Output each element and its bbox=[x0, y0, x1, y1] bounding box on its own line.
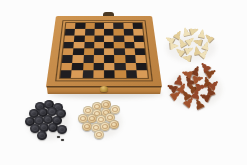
square bbox=[73, 48, 84, 55]
square bbox=[114, 55, 125, 62]
square bbox=[104, 48, 114, 55]
board-grid bbox=[59, 22, 149, 78]
square bbox=[124, 48, 135, 55]
square bbox=[114, 42, 124, 49]
square bbox=[135, 55, 146, 62]
square bbox=[74, 42, 84, 49]
square bbox=[63, 42, 74, 49]
square bbox=[125, 55, 136, 62]
square bbox=[82, 70, 93, 78]
square bbox=[72, 55, 83, 62]
product-photo: ♟♟♟♟♟♟♟♟♟♟♟♟♟♟♟♟ ♟♟♟♟♟♟♟♟♟♟♟♟♟♟♟♟♟♟♟♟ bbox=[0, 0, 247, 165]
square bbox=[136, 70, 148, 78]
checker-disc bbox=[110, 105, 120, 114]
square bbox=[93, 63, 104, 71]
square bbox=[83, 48, 94, 55]
checker-disc bbox=[94, 130, 104, 139]
chess-board bbox=[46, 16, 162, 88]
screw-icon bbox=[61, 139, 64, 141]
square bbox=[94, 42, 104, 49]
checker-disc bbox=[57, 125, 67, 134]
checker-disc bbox=[109, 120, 119, 129]
square bbox=[115, 63, 126, 71]
square bbox=[125, 70, 136, 78]
square bbox=[93, 70, 104, 78]
square bbox=[136, 63, 147, 71]
square bbox=[72, 63, 83, 71]
square bbox=[104, 42, 114, 49]
square bbox=[71, 70, 82, 78]
square bbox=[124, 42, 134, 49]
square bbox=[93, 55, 104, 62]
board-front-edge bbox=[46, 86, 162, 94]
chess-piece: ♟ bbox=[181, 52, 194, 64]
square bbox=[134, 48, 145, 55]
checker-disc bbox=[37, 131, 47, 140]
square bbox=[83, 63, 94, 71]
square bbox=[61, 63, 72, 71]
board-pinstripe-border bbox=[55, 20, 153, 81]
square bbox=[114, 48, 125, 55]
square bbox=[115, 70, 126, 78]
square bbox=[60, 70, 72, 78]
clasp-icon bbox=[100, 86, 108, 92]
square bbox=[94, 48, 104, 55]
square bbox=[84, 42, 94, 49]
square bbox=[125, 63, 136, 71]
square bbox=[104, 55, 115, 62]
square bbox=[104, 63, 115, 71]
square bbox=[104, 70, 115, 78]
screw-icon bbox=[57, 136, 60, 138]
square bbox=[62, 55, 73, 62]
square bbox=[134, 42, 145, 49]
square bbox=[63, 48, 74, 55]
square bbox=[83, 55, 94, 62]
